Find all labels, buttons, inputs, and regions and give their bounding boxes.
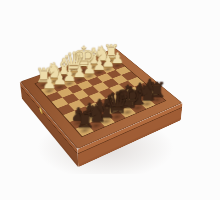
pawn-icon: ♟ (35, 75, 63, 91)
scene: ♜♞♝♛♚♝♞♜♟♟♟♟♟♟♟♟♟♟♟♟♟♟♟♟♜♞♝♛♚♝♞♜ (0, 0, 220, 200)
chess-board: ♜♞♝♛♚♝♞♜♟♟♟♟♟♟♟♟♟♟♟♟♟♟♟♟♜♞♝♛♚♝♞♜ (20, 48, 183, 149)
rook-icon: ♜ (70, 109, 101, 131)
chess-set-photo: ♜♞♝♛♚♝♞♜♟♟♟♟♟♟♟♟♟♟♟♟♟♟♟♟♜♞♝♛♚♝♞♜ (0, 0, 220, 200)
pieces-layer: ♜♞♝♛♚♝♞♜♟♟♟♟♟♟♟♟♟♟♟♟♟♟♟♟♜♞♝♛♚♝♞♜ (20, 48, 183, 149)
